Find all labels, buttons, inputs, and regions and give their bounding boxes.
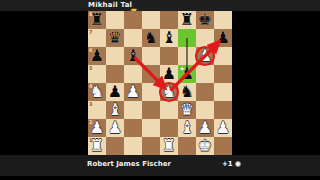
square-h5[interactable] (214, 65, 232, 83)
white-pawn-a2[interactable]: ♟ (88, 119, 106, 137)
square-g4[interactable] (196, 83, 214, 101)
square-d4[interactable] (142, 83, 160, 101)
square-f7[interactable] (178, 29, 196, 47)
white-bishop-b3[interactable]: ♝ (106, 101, 124, 119)
square-a5[interactable] (88, 65, 106, 83)
square-e2[interactable] (160, 119, 178, 137)
video-frame: { "game": "chess", "position": { "fen": … (0, 0, 320, 180)
white-circle-icon (235, 161, 241, 167)
black-rook-a8[interactable]: ♜ (88, 11, 106, 29)
square-b1[interactable] (106, 137, 124, 155)
white-knight-e4[interactable]: ♞ (160, 83, 178, 101)
bottom-player-bar: Robert James Fischer +1 (0, 155, 320, 176)
square-b5[interactable] (106, 65, 124, 83)
white-rook-e1[interactable]: ♜ (160, 137, 178, 155)
top-player-bar: Mikhail Tal (0, 0, 320, 11)
square-d2[interactable] (142, 119, 160, 137)
black-knight-f4[interactable]: ♞ (178, 83, 196, 101)
square-g3[interactable] (196, 101, 214, 119)
top-player-name: Mikhail Tal (88, 1, 132, 9)
square-f1[interactable] (178, 137, 196, 155)
eval-score: +1 (222, 160, 233, 168)
square-e3[interactable] (160, 101, 178, 119)
black-pawn-a6[interactable]: ♟ (88, 47, 106, 65)
white-bishop-f2[interactable]: ♝ (178, 119, 196, 137)
black-queen-b7[interactable]: ♛ (106, 29, 124, 47)
white-king-g1[interactable]: ♚ (196, 137, 214, 155)
square-d1[interactable] (142, 137, 160, 155)
square-h6[interactable] (214, 47, 232, 65)
square-h4[interactable] (214, 83, 232, 101)
bottom-player-name: Robert James Fischer (87, 160, 171, 168)
best-move-star-icon: ★ (179, 66, 185, 73)
black-king-g8[interactable]: ♚ (196, 11, 214, 29)
square-c8[interactable] (124, 11, 142, 29)
square-a7[interactable] (88, 29, 106, 47)
square-c7[interactable] (124, 29, 142, 47)
black-rook-f8[interactable]: ♜ (178, 11, 196, 29)
white-queen-f3[interactable]: ♛ (178, 101, 196, 119)
black-pawn-h7[interactable]: ♟ (214, 29, 232, 47)
white-pawn-h2[interactable]: ♟ (214, 119, 232, 137)
white-pawn-g6[interactable]: ♟ (196, 47, 214, 65)
white-pawn-c4[interactable]: ♟ (124, 83, 142, 101)
square-h3[interactable] (214, 101, 232, 119)
square-b8[interactable] (106, 11, 124, 29)
square-h1[interactable] (214, 137, 232, 155)
square-c2[interactable] (124, 119, 142, 137)
square-g7[interactable] (196, 29, 214, 47)
square-f6[interactable] (178, 47, 196, 65)
square-e8[interactable] (160, 11, 178, 29)
evaluation: +1 (222, 160, 241, 168)
square-e6[interactable] (160, 47, 178, 65)
white-pawn-g2[interactable]: ♟ (196, 119, 214, 137)
white-rook-a1[interactable]: ♜ (88, 137, 106, 155)
square-d5[interactable] (142, 65, 160, 83)
square-c5[interactable] (124, 65, 142, 83)
square-b6[interactable] (106, 47, 124, 65)
square-g5[interactable] (196, 65, 214, 83)
black-knight-d7[interactable]: ♞ (142, 29, 160, 47)
square-c1[interactable] (124, 137, 142, 155)
square-d3[interactable] (142, 101, 160, 119)
chess-board[interactable]: 87654321★♜♜♚♛♞♝♟♟♝♟♟♟♞♟♟♞♞♝♛♟♟♝♟♟♜♜♚ (88, 11, 232, 155)
white-knight-a4[interactable]: ♞ (88, 83, 106, 101)
black-bishop-c6[interactable]: ♝ (124, 47, 142, 65)
square-h8[interactable] (214, 11, 232, 29)
square-a3[interactable] (88, 101, 106, 119)
black-pawn-b4[interactable]: ♟ (106, 83, 124, 101)
square-d6[interactable] (142, 47, 160, 65)
square-c3[interactable] (124, 101, 142, 119)
white-pawn-b2[interactable]: ♟ (106, 119, 124, 137)
black-pawn-e5[interactable]: ♟ (160, 65, 178, 83)
black-bishop-e7[interactable]: ♝ (160, 29, 178, 47)
square-d8[interactable] (142, 11, 160, 29)
